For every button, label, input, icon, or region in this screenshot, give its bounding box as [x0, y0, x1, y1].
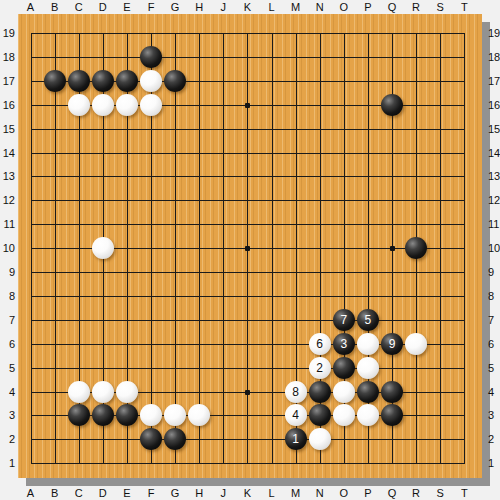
row-label-left-10: 10	[0, 242, 15, 254]
col-label-top-H: H	[195, 1, 203, 13]
row-label-left-9: 9	[0, 266, 15, 278]
stone-white-N5: 2	[309, 357, 331, 379]
row-label-left-1: 1	[0, 457, 15, 469]
row-label-left-3: 3	[0, 409, 15, 421]
stone-black-F2	[140, 428, 162, 450]
row-label-left-15: 15	[0, 123, 15, 135]
stone-white-F16	[140, 94, 162, 116]
col-label-top-G: G	[171, 1, 180, 13]
row-label-right-1: 1	[488, 457, 500, 469]
stone-black-G2	[164, 428, 186, 450]
stone-white-C4	[68, 381, 90, 403]
stone-black-B17	[44, 70, 66, 92]
stone-black-E17	[116, 70, 138, 92]
stone-white-F17	[140, 70, 162, 92]
row-label-right-10: 10	[488, 242, 500, 254]
row-label-left-14: 14	[0, 147, 15, 159]
row-label-right-19: 19	[488, 27, 500, 39]
col-label-bottom-A: A	[27, 487, 34, 499]
row-label-right-8: 8	[488, 290, 500, 302]
move-number: 7	[340, 314, 347, 326]
col-label-top-L: L	[268, 1, 274, 13]
move-number: 4	[292, 409, 299, 421]
stone-black-Q4	[381, 381, 403, 403]
col-label-top-C: C	[75, 1, 83, 13]
stone-black-O6: 3	[333, 333, 355, 355]
row-label-left-11: 11	[0, 218, 15, 230]
col-label-top-T: T	[461, 1, 468, 13]
stone-white-M4: 8	[285, 381, 307, 403]
stone-white-P6	[357, 333, 379, 355]
col-label-top-A: A	[27, 1, 34, 13]
row-label-left-7: 7	[0, 314, 15, 326]
row-label-right-5: 5	[488, 362, 500, 374]
col-label-bottom-Q: Q	[388, 487, 397, 499]
col-label-bottom-G: G	[171, 487, 180, 499]
col-label-bottom-H: H	[195, 487, 203, 499]
row-label-left-4: 4	[0, 386, 15, 398]
stone-white-N2	[309, 428, 331, 450]
stone-black-C17	[68, 70, 90, 92]
col-label-bottom-C: C	[75, 487, 83, 499]
row-label-right-12: 12	[488, 194, 500, 206]
col-label-top-D: D	[99, 1, 107, 13]
row-label-right-16: 16	[488, 99, 500, 111]
stone-white-P5	[357, 357, 379, 379]
row-label-left-13: 13	[0, 170, 15, 182]
row-label-left-6: 6	[0, 338, 15, 350]
col-label-bottom-B: B	[51, 487, 58, 499]
col-label-bottom-E: E	[123, 487, 130, 499]
stone-white-G3	[164, 404, 186, 426]
col-label-top-S: S	[437, 1, 444, 13]
stone-black-Q16	[381, 94, 403, 116]
stone-black-E3	[116, 404, 138, 426]
col-label-bottom-P: P	[364, 487, 371, 499]
col-label-bottom-R: R	[412, 487, 420, 499]
col-label-top-O: O	[340, 1, 349, 13]
stone-black-F18	[140, 46, 162, 68]
col-label-bottom-L: L	[268, 487, 274, 499]
stone-black-P4	[357, 381, 379, 403]
row-label-right-6: 6	[488, 338, 500, 350]
move-number: 5	[365, 314, 372, 326]
row-label-right-9: 9	[488, 266, 500, 278]
stone-white-O3	[333, 404, 355, 426]
row-label-right-15: 15	[488, 123, 500, 135]
stone-white-D4	[92, 381, 114, 403]
col-label-bottom-K: K	[244, 487, 251, 499]
stone-black-N4	[309, 381, 331, 403]
stone-black-N3	[309, 404, 331, 426]
stones-layer: 756392841	[18, 14, 482, 478]
stone-white-P3	[357, 404, 379, 426]
row-label-left-17: 17	[0, 75, 15, 87]
row-label-left-2: 2	[0, 433, 15, 445]
row-label-left-19: 19	[0, 27, 15, 39]
col-label-bottom-O: O	[340, 487, 349, 499]
stone-white-O4	[333, 381, 355, 403]
stone-white-C16	[68, 94, 90, 116]
move-number: 6	[316, 338, 323, 350]
stone-white-D10	[92, 237, 114, 259]
row-label-right-18: 18	[488, 51, 500, 63]
col-label-bottom-S: S	[437, 487, 444, 499]
row-label-right-3: 3	[488, 409, 500, 421]
col-label-top-N: N	[316, 1, 324, 13]
stone-black-O5	[333, 357, 355, 379]
stone-white-D16	[92, 94, 114, 116]
col-label-top-E: E	[123, 1, 130, 13]
row-label-left-12: 12	[0, 194, 15, 206]
row-label-left-16: 16	[0, 99, 15, 111]
move-number: 1	[292, 433, 299, 445]
col-label-top-K: K	[244, 1, 251, 13]
col-label-bottom-J: J	[221, 487, 227, 499]
row-label-right-2: 2	[488, 433, 500, 445]
stone-black-G17	[164, 70, 186, 92]
col-label-top-M: M	[291, 1, 300, 13]
stone-black-P7: 5	[357, 309, 379, 331]
stone-white-M3: 4	[285, 404, 307, 426]
col-label-bottom-F: F	[148, 487, 155, 499]
stone-black-Q6: 9	[381, 333, 403, 355]
stone-black-D3	[92, 404, 114, 426]
row-label-right-11: 11	[488, 218, 500, 230]
col-label-top-J: J	[221, 1, 227, 13]
row-label-right-4: 4	[488, 386, 500, 398]
col-label-bottom-M: M	[291, 487, 300, 499]
move-number: 8	[292, 386, 299, 398]
stone-white-R6	[405, 333, 427, 355]
move-number: 9	[389, 338, 396, 350]
col-label-bottom-N: N	[316, 487, 324, 499]
row-label-right-7: 7	[488, 314, 500, 326]
stone-white-N6: 6	[309, 333, 331, 355]
move-number: 2	[316, 362, 323, 374]
row-label-right-13: 13	[488, 170, 500, 182]
col-label-top-B: B	[51, 1, 58, 13]
stone-black-R10	[405, 237, 427, 259]
go-board[interactable]: 756392841	[18, 14, 482, 478]
move-number: 3	[340, 338, 347, 350]
row-label-right-17: 17	[488, 75, 500, 87]
stone-black-D17	[92, 70, 114, 92]
stone-white-F3	[140, 404, 162, 426]
stone-black-O7: 7	[333, 309, 355, 331]
stone-white-E16	[116, 94, 138, 116]
row-label-left-5: 5	[0, 362, 15, 374]
stone-white-E4	[116, 381, 138, 403]
col-label-top-P: P	[364, 1, 371, 13]
col-label-bottom-T: T	[461, 487, 468, 499]
col-label-top-F: F	[148, 1, 155, 13]
stone-black-M2: 1	[285, 428, 307, 450]
row-label-right-14: 14	[488, 147, 500, 159]
stone-black-Q3	[381, 404, 403, 426]
row-label-left-8: 8	[0, 290, 15, 302]
col-label-top-R: R	[412, 1, 420, 13]
row-label-left-18: 18	[0, 51, 15, 63]
col-label-bottom-D: D	[99, 487, 107, 499]
stone-black-C3	[68, 404, 90, 426]
stone-white-H3	[188, 404, 210, 426]
col-label-top-Q: Q	[388, 1, 397, 13]
go-diagram-page: 756392841 AABBCCDDEEFFGGHHJJKKLLMMNNOOPP…	[0, 0, 500, 500]
